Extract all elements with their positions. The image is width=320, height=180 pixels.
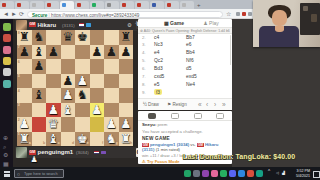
black-move[interactable]: e6 — [186, 41, 214, 49]
browser-tab[interactable] — [120, 1, 134, 9]
black-queen-piece: ♛ — [61, 30, 76, 45]
square-e7[interactable] — [75, 45, 90, 60]
square-c8[interactable] — [46, 30, 61, 45]
tab-favicon — [137, 3, 141, 7]
rank-label: 5 — [18, 74, 20, 78]
white-pawn-piece: ♟ — [61, 88, 76, 103]
white-knight-piece: ♞ — [104, 132, 119, 147]
move-row: 2.c4Bb7 — [138, 34, 232, 42]
browser-tab[interactable] — [0, 1, 14, 9]
secure-badge: Secure — [32, 13, 47, 18]
square-c7[interactable]: ♟ — [46, 45, 61, 60]
browser-tab[interactable] — [75, 1, 89, 9]
tab-favicon — [32, 3, 36, 7]
square-b8[interactable]: ♞ — [32, 30, 47, 45]
member-badge-icon — [86, 23, 91, 27]
move-row: 3.Nc3e6 — [138, 41, 232, 49]
top-player-rating: (3131) — [62, 23, 75, 28]
tab-favicon — [47, 3, 51, 7]
top-player-title-badge: GM — [29, 22, 36, 27]
square-a1[interactable]: 1a♜ — [17, 132, 32, 147]
black-pawn-piece: ♟ — [119, 45, 134, 60]
channel-avatar[interactable] — [3, 80, 11, 88]
tab-favicon — [182, 3, 186, 7]
friends-icon[interactable]: ⊕ — [3, 135, 8, 142]
channel-avatar[interactable] — [3, 57, 11, 65]
white-bishop-piece: ♝ — [61, 103, 76, 118]
scrollbar[interactable] — [230, 35, 232, 65]
square-g1[interactable]: g♞ — [104, 132, 119, 147]
square-d7[interactable] — [61, 45, 76, 60]
browser-tab[interactable] — [60, 1, 74, 9]
move-row: 6.Bd3d5 — [138, 65, 232, 73]
browser-tab[interactable] — [45, 1, 59, 9]
black-move[interactable]: exd5 — [186, 73, 214, 81]
matchup-text: GM penguingm1 (3034) vs. GM Hikaru (3131… — [142, 142, 228, 153]
square-h4[interactable] — [119, 88, 134, 103]
square-b1[interactable]: b — [32, 132, 47, 147]
tab-favicon — [77, 3, 81, 7]
square-b3[interactable] — [32, 103, 47, 118]
playback-last-icon[interactable]: » — [222, 99, 226, 110]
url-field[interactable]: Secure | https://www.chess.com/live#g=28… — [27, 11, 223, 18]
move-row: 8.e5Ne4 — [138, 81, 232, 89]
black-pawn-piece: ♟ — [104, 45, 119, 60]
taskbar-app-icon[interactable] — [211, 170, 218, 177]
browser-tab[interactable] — [150, 1, 164, 9]
chat-tab-icon[interactable] — [148, 113, 156, 119]
white-move[interactable]: f3 — [154, 89, 182, 97]
browser-tab[interactable] — [105, 1, 119, 9]
move-panel-footer: ½ Draw ⚑ Resign «‹›» — [138, 98, 232, 110]
broadcast-tab-icon[interactable] — [171, 113, 179, 119]
square-b6[interactable]: ♟ — [32, 59, 47, 74]
square-f1[interactable]: f — [90, 132, 105, 147]
black-move[interactable]: Ne4 — [186, 81, 214, 89]
white-pawn-piece: ♟ — [119, 117, 134, 132]
webcam-background-object — [303, 6, 308, 11]
square-f3[interactable]: ♟ — [90, 103, 105, 118]
square-g3[interactable] — [104, 103, 119, 118]
bottom-player-name[interactable]: penguingm1 — [38, 149, 74, 155]
browser-tab[interactable] — [165, 1, 179, 9]
white-rook-piece: ♜ — [119, 132, 134, 147]
black-knight-piece: ♞ — [75, 88, 90, 103]
url-text: https://www.chess.com/live#g=2892433049 — [51, 13, 139, 18]
move-number: 3. — [142, 41, 146, 49]
chess-board: 8♜♞♛♚♜7♟♝♟♟♟♟6♟5♟♟4♝♟♞3♟♝♟2♟♛♟♟1a♜bc♝de♚… — [17, 30, 133, 146]
square-f4[interactable] — [90, 88, 105, 103]
square-h2[interactable]: ♟ — [119, 117, 134, 132]
rank-label: 4 — [18, 89, 20, 93]
square-d4[interactable]: ♟ — [61, 88, 76, 103]
square-e6[interactable] — [75, 59, 90, 74]
black-move[interactable]: Nf6 — [186, 57, 214, 65]
square-h1[interactable]: h♜ — [119, 132, 134, 147]
square-e2[interactable] — [75, 117, 90, 132]
black-move[interactable]: Bb4 — [186, 49, 214, 57]
tab-favicon — [152, 3, 156, 7]
playback-prev-icon[interactable]: ‹ — [206, 99, 208, 110]
white-move[interactable]: c4 — [154, 34, 182, 42]
options-tab-icon[interactable] — [216, 113, 224, 119]
white-move[interactable]: Nc3 — [154, 41, 182, 49]
people-tab-icon[interactable] — [194, 113, 202, 119]
black-rook-piece: ♜ — [17, 30, 32, 45]
square-f6[interactable] — [90, 59, 105, 74]
bookmark-star-icon[interactable]: ☆ — [226, 9, 231, 19]
settings-icon[interactable]: ⚙ — [3, 152, 8, 159]
black-knight-piece: ♞ — [32, 30, 47, 45]
white-pawn-piece: ♟ — [17, 117, 32, 132]
focus-mode-link[interactable]: ⚠ Try Focus Mode — [142, 159, 180, 165]
tray-chevron-icon[interactable]: ^ — [268, 170, 270, 175]
white-move[interactable]: e4 — [154, 49, 182, 57]
black-bishop-piece: ♝ — [32, 45, 47, 60]
square-d6[interactable] — [61, 59, 76, 74]
square-e1[interactable]: e♚ — [75, 132, 90, 147]
move-number: 2. — [142, 34, 146, 42]
square-e5[interactable]: ♟ — [75, 74, 90, 89]
stream-sidebar: ⊕⌕⚙▦ — [0, 19, 13, 167]
tab-favicon — [167, 3, 171, 7]
square-a8[interactable]: 8♜ — [17, 30, 32, 45]
square-c1[interactable]: c♝ — [46, 132, 61, 147]
channel-avatar[interactable] — [3, 68, 11, 76]
browser-tab[interactable] — [135, 1, 149, 9]
square-h3[interactable] — [119, 103, 134, 118]
black-pawn-piece: ♟ — [17, 45, 32, 60]
browser-tab[interactable] — [30, 1, 44, 9]
taskbar: ○ Type here to search ^ ◁ ▟ 3:52 PM 5/4/… — [0, 167, 320, 180]
tab-favicon — [62, 3, 66, 7]
draw-button[interactable]: ½ Draw — [143, 99, 159, 110]
square-f8[interactable] — [90, 30, 105, 45]
white-king-piece: ♚ — [75, 132, 90, 147]
move-row: 7.cxd5exd5 — [138, 73, 232, 81]
square-a4[interactable]: 4 — [17, 88, 32, 103]
back-icon[interactable]: ◄ — [3, 9, 9, 19]
forward-icon[interactable]: ► — [11, 9, 17, 19]
tab-favicon — [107, 3, 111, 7]
webcam-person-neck — [275, 26, 284, 32]
screen: + ◄ ► ⟳ Secure | https://www.chess.com/l… — [0, 0, 320, 180]
search-icon[interactable]: ⌕ — [3, 144, 6, 151]
move-row: 9.f3 — [138, 89, 232, 97]
black-move[interactable]: Bb7 — [186, 34, 214, 42]
square-c5[interactable] — [46, 74, 61, 89]
black-bishop-piece: ♝ — [32, 88, 47, 103]
white-pawn-piece: ♟ — [46, 103, 61, 118]
black-king-piece: ♚ — [75, 30, 90, 45]
square-c6[interactable] — [46, 59, 61, 74]
member-badge-icon — [101, 151, 106, 155]
webcam-person-face — [272, 10, 287, 26]
rank-label: 6 — [18, 60, 20, 64]
move-row: 4.e4Bb4 — [138, 49, 232, 57]
playback-first-icon[interactable]: « — [198, 99, 202, 110]
notifications-icon[interactable] — [313, 171, 320, 179]
square-b7[interactable]: ♝ — [32, 45, 47, 60]
file-label: d — [72, 141, 74, 145]
square-d1[interactable]: d — [61, 132, 76, 147]
black-pawn-piece: ♟ — [90, 45, 105, 60]
refresh-icon[interactable]: ⟳ — [19, 9, 24, 19]
taskbar-app-icon[interactable] — [220, 170, 227, 177]
clock-tray[interactable]: 3:52 PM 5/4/2021 — [288, 169, 310, 178]
square-h7[interactable]: ♟ — [119, 45, 134, 60]
white-move[interactable]: Bd3 — [154, 65, 182, 73]
square-a3[interactable]: 3 — [17, 103, 32, 118]
white-pawn-piece: ♟ — [75, 74, 90, 89]
white-queen-piece: ♛ — [46, 117, 61, 132]
taskbar-app-icon[interactable] — [193, 170, 200, 177]
us-flag-icon — [94, 151, 99, 155]
square-c2[interactable]: ♛ — [46, 117, 61, 132]
taskbar-app-icon[interactable] — [202, 170, 209, 177]
square-b5[interactable] — [32, 74, 47, 89]
square-a7[interactable]: 7♟ — [17, 45, 32, 60]
black-pawn-piece: ♟ — [46, 45, 61, 60]
bottom-player-title-badge: GM — [29, 150, 36, 155]
square-h8[interactable]: ♜ — [119, 30, 134, 45]
move-number: 7. — [142, 73, 146, 81]
square-b2[interactable] — [32, 117, 47, 132]
square-f7[interactable]: ♟ — [90, 45, 105, 60]
white-pawn-piece: ♟ — [104, 117, 119, 132]
taskbar-app-icon[interactable] — [184, 170, 191, 177]
start-button[interactable] — [4, 171, 10, 177]
square-a6[interactable]: 6 — [17, 59, 32, 74]
playback-next-icon[interactable]: › — [214, 99, 216, 110]
top-player-name[interactable]: Hikaru — [38, 22, 57, 28]
challenge-accepted-text: You have accepted a challenge. — [142, 129, 203, 135]
taskbar-search-input[interactable]: ○ Type here to search — [14, 169, 64, 178]
tab-favicon — [122, 3, 126, 7]
settings-gear-icon[interactable]: ⚙ — [127, 22, 132, 28]
black-pawn-piece: ♟ — [32, 59, 47, 74]
square-g8[interactable] — [104, 30, 119, 45]
captured-pawn-icon: ♟ — [29, 155, 39, 165]
square-f5[interactable] — [90, 74, 105, 89]
square-d2[interactable] — [61, 117, 76, 132]
donation-overlay-text: Last Donation: TangLoka: $40.00 — [183, 153, 295, 160]
taskbar-app-icon[interactable] — [247, 170, 254, 177]
square-d5[interactable]: ♟ — [61, 74, 76, 89]
taskbar-app-icon[interactable] — [256, 170, 263, 177]
tab-play[interactable]: ♟ Play — [196, 19, 226, 27]
bottom-player-rating: (3034) — [76, 150, 89, 155]
cortana-icon: ○ — [17, 171, 20, 178]
bottom-player-avatar[interactable] — [16, 147, 27, 158]
white-bishop-piece: ♝ — [46, 132, 61, 147]
browser-tab[interactable] — [180, 1, 194, 9]
tray-date: 5/4/2021 — [288, 174, 310, 179]
tab-favicon — [92, 3, 96, 7]
square-c4[interactable] — [46, 88, 61, 103]
white-player-link[interactable]: penguingm1 (3034) — [150, 142, 189, 147]
square-c3[interactable]: ♟ — [46, 103, 61, 118]
white-move[interactable]: e5 — [154, 81, 182, 89]
taskbar-app-icon[interactable] — [229, 170, 236, 177]
square-h5[interactable] — [119, 74, 134, 89]
browser-tab[interactable] — [90, 1, 104, 9]
webcam-background-object — [311, 14, 317, 22]
move-number: 9. — [142, 89, 146, 97]
move-row: 5.Qc2Nf6 — [138, 57, 232, 65]
resign-button[interactable]: ⚑ Resign — [167, 99, 187, 110]
browser-tab[interactable] — [15, 1, 29, 9]
square-g7[interactable]: ♟ — [104, 45, 119, 60]
extension-icon[interactable] — [236, 12, 240, 16]
square-g5[interactable] — [104, 74, 119, 89]
tab-favicon — [2, 3, 6, 7]
white-move[interactable]: Qc2 — [154, 57, 182, 65]
channel-avatar[interactable] — [3, 23, 11, 31]
volume-icon[interactable]: ◁ — [276, 171, 279, 176]
square-d8[interactable]: ♛ — [61, 30, 76, 45]
square-d3[interactable]: ♝ — [61, 103, 76, 118]
move-number: 8. — [142, 81, 146, 89]
move-number: 6. — [142, 65, 146, 73]
us-flag-icon — [79, 23, 84, 27]
webcam-overlay — [253, 0, 320, 47]
channel-avatar[interactable] — [3, 34, 11, 42]
move-number: 4. — [142, 49, 146, 57]
white-move[interactable]: cxd5 — [154, 73, 182, 81]
extension-icon[interactable] — [242, 12, 246, 16]
divider — [138, 120, 232, 121]
square-a5[interactable]: 5 — [17, 74, 32, 89]
white-pawn-piece: ♟ — [90, 103, 105, 118]
black-pawn-piece: ♟ — [61, 74, 76, 89]
square-b4[interactable]: ♝ — [32, 88, 47, 103]
square-e3[interactable] — [75, 103, 90, 118]
square-a2[interactable]: 2♟ — [17, 117, 32, 132]
move-list-panel: ▦ Game ♟ Play ⊗ A40: Queen's Pawn Openin… — [138, 19, 232, 109]
square-h6[interactable] — [119, 59, 134, 74]
square-g2[interactable]: ♟ — [104, 117, 119, 132]
channel-avatar[interactable] — [3, 46, 11, 54]
rank-label: 3 — [18, 103, 20, 107]
file-label: b — [43, 141, 45, 145]
chat-message: Sneyu: prem — [142, 122, 167, 128]
square-e4[interactable]: ♞ — [75, 88, 90, 103]
new-tab-button[interactable]: + — [197, 1, 201, 9]
network-icon[interactable]: ▟ — [282, 171, 285, 176]
square-e8[interactable]: ♚ — [75, 30, 90, 45]
move-number: 5. — [142, 57, 146, 65]
square-g6[interactable] — [104, 59, 119, 74]
white-rook-piece: ♜ — [17, 132, 32, 147]
tab-favicon — [17, 3, 21, 7]
square-f2[interactable] — [90, 117, 105, 132]
taskbar-app-icon[interactable] — [238, 170, 245, 177]
black-rook-piece: ♜ — [119, 30, 134, 45]
black-move[interactable]: d5 — [186, 65, 214, 73]
extension-icon[interactable] — [248, 12, 252, 16]
square-g4[interactable] — [104, 88, 119, 103]
